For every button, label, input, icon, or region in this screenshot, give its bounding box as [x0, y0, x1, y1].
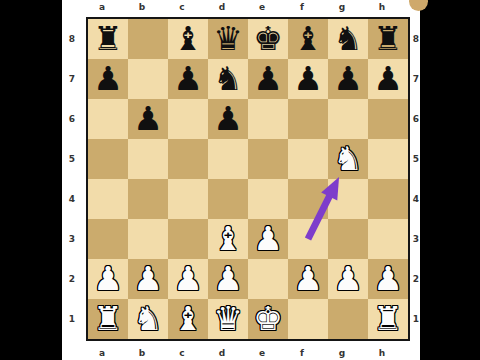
square-a2[interactable]: ♟ — [88, 259, 128, 299]
rank-label-left-7: 7 — [64, 59, 80, 99]
file-label-top-a: a — [82, 1, 122, 13]
square-e7[interactable]: ♟ — [248, 59, 288, 99]
rank-label-left-6: 6 — [64, 99, 80, 139]
video-frame: abcdefgh abcdefgh 87654321 87654321 ♜♝♛♚… — [0, 0, 480, 360]
file-label-top-f: f — [282, 1, 322, 13]
square-d3[interactable]: ♝ — [208, 219, 248, 259]
square-a5[interactable] — [88, 139, 128, 179]
square-h3[interactable] — [368, 219, 408, 259]
piece-white-knight[interactable]: ♞ — [128, 299, 168, 339]
square-a7[interactable]: ♟ — [88, 59, 128, 99]
square-h4[interactable] — [368, 179, 408, 219]
square-e2[interactable] — [248, 259, 288, 299]
piece-black-knight[interactable]: ♞ — [208, 59, 248, 99]
square-h6[interactable] — [368, 99, 408, 139]
file-label-bottom-e: e — [242, 347, 282, 359]
file-label-top-c: c — [162, 1, 202, 13]
rank-label-left-8: 8 — [64, 19, 80, 59]
square-h8[interactable]: ♜ — [368, 19, 408, 59]
piece-white-pawn[interactable]: ♟ — [208, 259, 248, 299]
square-d8[interactable]: ♛ — [208, 19, 248, 59]
square-c4[interactable] — [168, 179, 208, 219]
file-label-bottom-f: f — [282, 347, 322, 359]
square-b5[interactable] — [128, 139, 168, 179]
piece-black-pawn[interactable]: ♟ — [328, 59, 368, 99]
square-b2[interactable]: ♟ — [128, 259, 168, 299]
piece-black-pawn[interactable]: ♟ — [168, 59, 208, 99]
square-g2[interactable]: ♟ — [328, 259, 368, 299]
piece-black-pawn[interactable]: ♟ — [288, 59, 328, 99]
square-d4[interactable] — [208, 179, 248, 219]
square-d6[interactable]: ♟ — [208, 99, 248, 139]
square-a4[interactable] — [88, 179, 128, 219]
rank-label-right-4: 4 — [408, 179, 424, 219]
rank-label-right-1: 1 — [408, 299, 424, 339]
piece-black-queen[interactable]: ♛ — [208, 19, 248, 59]
square-g5[interactable]: ♞ — [328, 139, 368, 179]
piece-black-rook[interactable]: ♜ — [368, 19, 408, 59]
piece-white-pawn[interactable]: ♟ — [168, 259, 208, 299]
piece-white-pawn[interactable]: ♟ — [288, 259, 328, 299]
piece-black-king[interactable]: ♚ — [248, 19, 288, 59]
file-label-top-h: h — [362, 1, 402, 13]
square-c3[interactable] — [168, 219, 208, 259]
piece-white-pawn[interactable]: ♟ — [128, 259, 168, 299]
piece-white-rook[interactable]: ♜ — [88, 299, 128, 339]
rank-label-left-2: 2 — [64, 259, 80, 299]
piece-white-bishop[interactable]: ♝ — [208, 219, 248, 259]
square-c5[interactable] — [168, 139, 208, 179]
square-c2[interactable]: ♟ — [168, 259, 208, 299]
square-h7[interactable]: ♟ — [368, 59, 408, 99]
square-b6[interactable]: ♟ — [128, 99, 168, 139]
square-c6[interactable] — [168, 99, 208, 139]
square-f3[interactable] — [288, 219, 328, 259]
square-g6[interactable] — [328, 99, 368, 139]
file-labels-bottom: abcdefgh — [82, 347, 402, 359]
square-d7[interactable]: ♞ — [208, 59, 248, 99]
piece-white-king[interactable]: ♚ — [248, 299, 288, 339]
file-label-top-d: d — [202, 1, 242, 13]
rank-labels-left: 87654321 — [64, 19, 80, 339]
file-label-bottom-a: a — [82, 347, 122, 359]
file-labels-top: abcdefgh — [82, 1, 402, 13]
square-b7[interactable] — [128, 59, 168, 99]
square-b4[interactable] — [128, 179, 168, 219]
square-f6[interactable] — [288, 99, 328, 139]
piece-black-knight[interactable]: ♞ — [328, 19, 368, 59]
square-h2[interactable]: ♟ — [368, 259, 408, 299]
piece-black-bishop[interactable]: ♝ — [168, 19, 208, 59]
piece-black-pawn[interactable]: ♟ — [368, 59, 408, 99]
square-f1[interactable] — [288, 299, 328, 339]
file-label-top-g: g — [322, 1, 362, 13]
rank-label-left-3: 3 — [64, 219, 80, 259]
piece-white-knight[interactable]: ♞ — [328, 139, 368, 179]
rank-labels-right: 87654321 — [408, 19, 424, 339]
piece-black-rook[interactable]: ♜ — [88, 19, 128, 59]
square-d5[interactable] — [208, 139, 248, 179]
square-g3[interactable] — [328, 219, 368, 259]
square-e1[interactable]: ♚ — [248, 299, 288, 339]
file-label-bottom-c: c — [162, 347, 202, 359]
square-g4[interactable] — [328, 179, 368, 219]
square-h1[interactable]: ♜ — [368, 299, 408, 339]
square-b3[interactable] — [128, 219, 168, 259]
piece-black-pawn[interactable]: ♟ — [248, 59, 288, 99]
square-g8[interactable]: ♞ — [328, 19, 368, 59]
square-b8[interactable] — [128, 19, 168, 59]
square-a8[interactable]: ♜ — [88, 19, 128, 59]
square-b1[interactable]: ♞ — [128, 299, 168, 339]
square-e3[interactable]: ♟ — [248, 219, 288, 259]
piece-white-pawn[interactable]: ♟ — [328, 259, 368, 299]
square-f4[interactable] — [288, 179, 328, 219]
file-label-top-b: b — [122, 1, 162, 13]
square-d1[interactable]: ♛ — [208, 299, 248, 339]
piece-white-rook[interactable]: ♜ — [368, 299, 408, 339]
rank-label-left-4: 4 — [64, 179, 80, 219]
square-c8[interactable]: ♝ — [168, 19, 208, 59]
square-d2[interactable]: ♟ — [208, 259, 248, 299]
piece-white-pawn[interactable]: ♟ — [368, 259, 408, 299]
piece-black-pawn[interactable]: ♟ — [88, 59, 128, 99]
square-g1[interactable] — [328, 299, 368, 339]
chess-board[interactable]: ♜♝♛♚♝♞♜♟♟♞♟♟♟♟♟♟♞♝♟♟♟♟♟♟♟♟♜♞♝♛♚♜ — [86, 17, 410, 341]
square-e8[interactable]: ♚ — [248, 19, 288, 59]
square-c1[interactable]: ♝ — [168, 299, 208, 339]
board-panel: abcdefgh abcdefgh 87654321 87654321 ♜♝♛♚… — [62, 0, 420, 360]
rank-label-right-6: 6 — [408, 99, 424, 139]
rank-label-right-3: 3 — [408, 219, 424, 259]
square-e5[interactable] — [248, 139, 288, 179]
rank-label-left-5: 5 — [64, 139, 80, 179]
square-e6[interactable] — [248, 99, 288, 139]
piece-black-pawn[interactable]: ♟ — [128, 99, 168, 139]
square-a3[interactable] — [88, 219, 128, 259]
square-a6[interactable] — [88, 99, 128, 139]
piece-black-pawn[interactable]: ♟ — [208, 99, 248, 139]
square-f7[interactable]: ♟ — [288, 59, 328, 99]
rank-label-right-8: 8 — [408, 19, 424, 59]
square-f8[interactable]: ♝ — [288, 19, 328, 59]
file-label-bottom-d: d — [202, 347, 242, 359]
piece-black-bishop[interactable]: ♝ — [288, 19, 328, 59]
square-h5[interactable] — [368, 139, 408, 179]
piece-white-queen[interactable]: ♛ — [208, 299, 248, 339]
square-a1[interactable]: ♜ — [88, 299, 128, 339]
file-label-top-e: e — [242, 1, 282, 13]
square-c7[interactable]: ♟ — [168, 59, 208, 99]
piece-white-pawn[interactable]: ♟ — [248, 219, 288, 259]
piece-white-pawn[interactable]: ♟ — [88, 259, 128, 299]
file-label-bottom-g: g — [322, 347, 362, 359]
rank-label-left-1: 1 — [64, 299, 80, 339]
square-e4[interactable] — [248, 179, 288, 219]
file-label-bottom-b: b — [122, 347, 162, 359]
file-label-bottom-h: h — [362, 347, 402, 359]
rank-label-right-7: 7 — [408, 59, 424, 99]
square-f2[interactable]: ♟ — [288, 259, 328, 299]
square-g7[interactable]: ♟ — [328, 59, 368, 99]
piece-white-bishop[interactable]: ♝ — [168, 299, 208, 339]
rank-label-right-5: 5 — [408, 139, 424, 179]
rank-label-right-2: 2 — [408, 259, 424, 299]
square-f5[interactable] — [288, 139, 328, 179]
